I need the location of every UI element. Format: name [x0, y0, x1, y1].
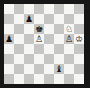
square-d1[interactable]	[34, 74, 44, 84]
square-f8[interactable]	[54, 4, 64, 14]
black-bishop-piece[interactable]: ♝	[55, 64, 63, 74]
square-b4[interactable]	[14, 44, 24, 54]
square-g8[interactable]	[64, 4, 74, 14]
square-a4[interactable]	[4, 44, 14, 54]
square-g6[interactable]: ♘	[64, 24, 74, 34]
square-g3[interactable]	[64, 54, 74, 64]
square-f6[interactable]	[54, 24, 64, 34]
white-pawn-piece[interactable]: ♙	[35, 34, 43, 44]
square-c3[interactable]	[24, 54, 34, 64]
square-a2[interactable]	[4, 64, 14, 74]
black-pawn-piece[interactable]: ♟	[25, 14, 33, 24]
square-c4[interactable]	[24, 44, 34, 54]
square-c7[interactable]: ♟	[24, 14, 34, 24]
square-d7[interactable]	[34, 14, 44, 24]
square-g2[interactable]	[64, 64, 74, 74]
square-h3[interactable]	[74, 54, 84, 64]
black-pawn-piece[interactable]: ♟	[5, 34, 13, 44]
square-a8[interactable]	[4, 4, 14, 14]
square-h7[interactable]	[74, 14, 84, 24]
square-c6[interactable]	[24, 24, 34, 34]
square-e3[interactable]	[44, 54, 54, 64]
black-king-piece[interactable]: ♚	[35, 24, 43, 34]
square-h1[interactable]	[74, 74, 84, 84]
square-e6[interactable]	[44, 24, 54, 34]
white-king-piece[interactable]: ♔	[75, 34, 83, 44]
square-h8[interactable]	[74, 4, 84, 14]
square-f2[interactable]: ♝	[54, 64, 64, 74]
square-a5[interactable]: ♟	[4, 34, 14, 44]
square-b5[interactable]	[14, 34, 24, 44]
square-h5[interactable]: ♔	[74, 34, 84, 44]
square-b6[interactable]	[14, 24, 24, 34]
chess-board: ♟♚♘♟♙♙♔♝	[4, 4, 84, 84]
square-d5[interactable]: ♙	[34, 34, 44, 44]
square-g7[interactable]	[64, 14, 74, 24]
square-h4[interactable]	[74, 44, 84, 54]
square-c1[interactable]	[24, 74, 34, 84]
square-c5[interactable]	[24, 34, 34, 44]
square-f7[interactable]	[54, 14, 64, 24]
square-f3[interactable]	[54, 54, 64, 64]
square-f4[interactable]	[54, 44, 64, 54]
white-pawn-piece[interactable]: ♙	[65, 34, 73, 44]
square-g1[interactable]	[64, 74, 74, 84]
square-b2[interactable]	[14, 64, 24, 74]
square-d4[interactable]	[34, 44, 44, 54]
square-c2[interactable]	[24, 64, 34, 74]
square-d6[interactable]: ♚	[34, 24, 44, 34]
square-e1[interactable]	[44, 74, 54, 84]
square-a6[interactable]	[4, 24, 14, 34]
square-e8[interactable]	[44, 4, 54, 14]
square-h2[interactable]	[74, 64, 84, 74]
square-b1[interactable]	[14, 74, 24, 84]
square-e7[interactable]	[44, 14, 54, 24]
white-knight-piece[interactable]: ♘	[65, 24, 73, 34]
square-b8[interactable]	[14, 4, 24, 14]
square-a1[interactable]	[4, 74, 14, 84]
square-a3[interactable]	[4, 54, 14, 64]
square-e5[interactable]	[44, 34, 54, 44]
square-d3[interactable]	[34, 54, 44, 64]
square-b7[interactable]	[14, 14, 24, 24]
square-e2[interactable]	[44, 64, 54, 74]
square-g4[interactable]	[64, 44, 74, 54]
square-d8[interactable]	[34, 4, 44, 14]
square-e4[interactable]	[44, 44, 54, 54]
square-b3[interactable]	[14, 54, 24, 64]
square-d2[interactable]	[34, 64, 44, 74]
square-f5[interactable]	[54, 34, 64, 44]
square-g5[interactable]: ♙	[64, 34, 74, 44]
square-c8[interactable]	[24, 4, 34, 14]
square-a7[interactable]	[4, 14, 14, 24]
chess-diagram: ♟♚♘♟♙♙♔♝	[0, 0, 90, 88]
square-h6[interactable]	[74, 24, 84, 34]
square-f1[interactable]	[54, 74, 64, 84]
